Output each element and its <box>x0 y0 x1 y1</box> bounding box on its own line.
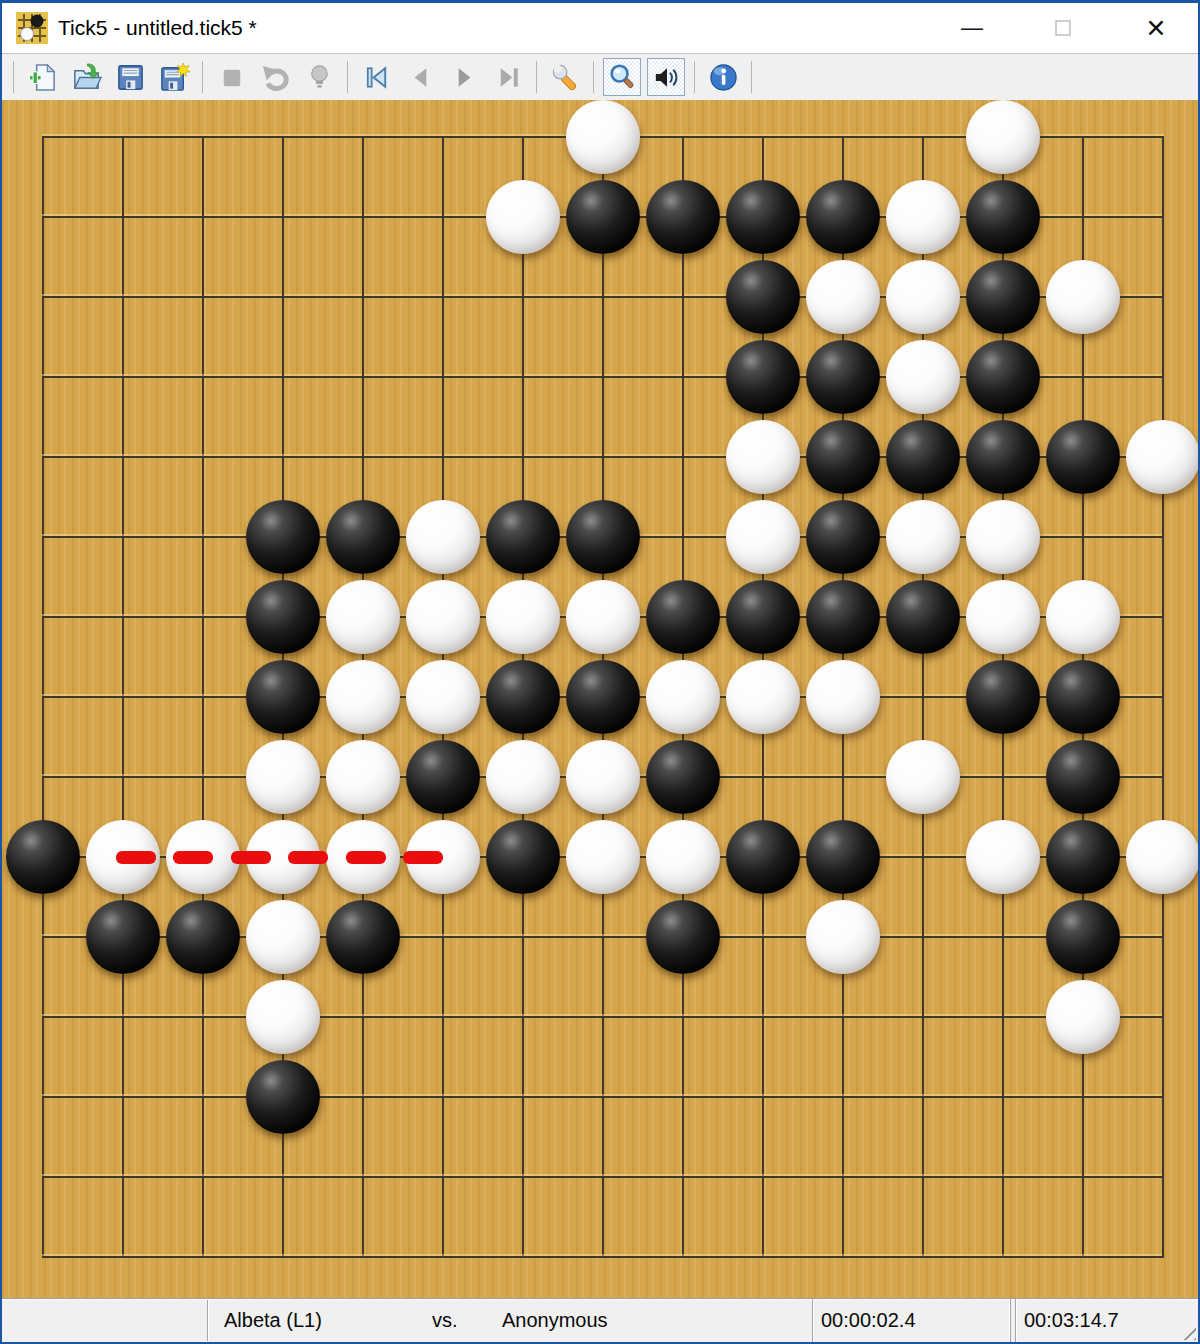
status-separator <box>207 1300 209 1341</box>
magnifier-icon <box>607 62 638 93</box>
game-board[interactable] <box>2 100 1198 1298</box>
stone-white <box>726 500 800 574</box>
stone-black <box>726 180 800 254</box>
versus-label: vs. <box>432 1299 458 1343</box>
win-line-dash <box>231 851 271 864</box>
toolbar-undo[interactable] <box>256 58 294 96</box>
stone-white <box>1126 420 1198 494</box>
stone-white <box>1046 260 1120 334</box>
stone-black <box>486 820 560 894</box>
stone-black <box>246 1060 320 1134</box>
stone-black <box>246 500 320 574</box>
stone-black <box>726 580 800 654</box>
stone-black <box>966 260 1040 334</box>
toolbar-go-first[interactable] <box>357 58 395 96</box>
stone-white <box>726 660 800 734</box>
stone-black <box>726 340 800 414</box>
stone-black <box>6 820 80 894</box>
stone-black <box>1046 420 1120 494</box>
page-plus-icon <box>27 62 58 93</box>
stone-white <box>566 820 640 894</box>
stone-white <box>246 900 320 974</box>
stop-square-icon <box>216 62 247 93</box>
stone-black <box>486 660 560 734</box>
back-arrow-icon <box>405 62 436 93</box>
stone-black <box>806 500 880 574</box>
toolbar-about[interactable] <box>704 58 742 96</box>
grid-line <box>42 1096 1164 1098</box>
toolbar-hint[interactable] <box>300 58 338 96</box>
clock-right: 00:03:14.7 <box>1015 1299 1200 1343</box>
floppy-star-icon <box>159 62 190 93</box>
maximize-icon <box>1055 20 1071 36</box>
stone-black <box>886 420 960 494</box>
toolbar-open-file[interactable] <box>67 58 105 96</box>
stone-white <box>326 740 400 814</box>
floppy-icon <box>115 62 146 93</box>
last-arrow-icon <box>493 62 524 93</box>
grid-line <box>42 1176 1164 1178</box>
stone-white <box>566 580 640 654</box>
stone-black <box>646 740 720 814</box>
win-line <box>116 850 443 864</box>
toolbar-zoom[interactable] <box>603 58 641 96</box>
stone-black <box>966 180 1040 254</box>
stone-white <box>566 740 640 814</box>
app-window: Tick5 - untitled.tick5 * — ✕ <box>0 0 1200 1344</box>
first-arrow-icon <box>361 62 392 93</box>
stone-white <box>406 660 480 734</box>
stone-black <box>806 820 880 894</box>
stone-black <box>966 340 1040 414</box>
player-left-name: Albeta (L1) <box>224 1299 322 1343</box>
toolbar-save[interactable] <box>111 58 149 96</box>
speaker-icon <box>651 62 682 93</box>
stone-black <box>566 180 640 254</box>
stone-white <box>1126 820 1198 894</box>
close-button[interactable]: ✕ <box>1124 3 1188 53</box>
stone-black <box>1046 660 1120 734</box>
stone-white <box>726 420 800 494</box>
stone-black <box>646 180 720 254</box>
stone-white <box>486 740 560 814</box>
lightbulb-icon <box>304 62 335 93</box>
stone-white <box>1046 580 1120 654</box>
stone-black <box>806 420 880 494</box>
win-line-dash <box>288 851 328 864</box>
stone-black <box>806 580 880 654</box>
stone-white <box>966 500 1040 574</box>
stone-black <box>86 900 160 974</box>
stone-white <box>886 500 960 574</box>
stone-black <box>326 900 400 974</box>
stone-black <box>726 820 800 894</box>
stone-black <box>566 660 640 734</box>
stone-white <box>406 500 480 574</box>
stone-white <box>886 260 960 334</box>
win-line-dash <box>173 851 213 864</box>
stone-black <box>966 660 1040 734</box>
stone-black <box>1046 900 1120 974</box>
win-line-dash <box>403 851 443 864</box>
stone-white <box>886 340 960 414</box>
stone-black <box>1046 740 1120 814</box>
stone-white <box>566 100 640 174</box>
stone-black <box>166 900 240 974</box>
stone-black <box>886 580 960 654</box>
toolbar-go-forward[interactable] <box>445 58 483 96</box>
app-icon <box>16 12 48 44</box>
stone-white <box>966 100 1040 174</box>
info-icon <box>708 62 739 93</box>
grid-line <box>1162 136 1164 1258</box>
stone-white <box>646 660 720 734</box>
toolbar-save-as[interactable] <box>155 58 193 96</box>
toolbar-separator <box>694 61 695 93</box>
clock-left: 00:00:02.4 <box>812 1299 1011 1343</box>
grid-line <box>42 1016 1164 1018</box>
stone-white <box>966 580 1040 654</box>
stone-white <box>486 580 560 654</box>
stone-white <box>806 900 880 974</box>
grid-line <box>42 1256 1164 1258</box>
title-bar: Tick5 - untitled.tick5 * — ✕ <box>2 3 1198 53</box>
wrench-icon <box>550 62 581 93</box>
stone-black <box>1046 820 1120 894</box>
folder-open-icon <box>71 62 102 93</box>
maximize-button[interactable] <box>1032 3 1094 53</box>
win-line-dash <box>346 851 386 864</box>
stone-black <box>486 500 560 574</box>
stone-black <box>566 500 640 574</box>
toolbar-separator <box>536 61 537 93</box>
stone-black <box>726 260 800 334</box>
stone-black <box>406 740 480 814</box>
stone-black <box>326 500 400 574</box>
toolbar-sound[interactable] <box>647 58 685 96</box>
status-bar: Albeta (L1) vs. Anonymous 00:00:02.4 00:… <box>2 1298 1198 1342</box>
stone-white <box>886 740 960 814</box>
toolbar-go-back[interactable] <box>401 58 439 96</box>
minimize-button[interactable]: — <box>940 3 1004 53</box>
toolbar-stop[interactable] <box>212 58 250 96</box>
stone-white <box>326 660 400 734</box>
stone-white <box>246 740 320 814</box>
undo-arrow-icon <box>260 62 291 93</box>
stone-white <box>806 260 880 334</box>
toolbar-separator <box>13 61 14 93</box>
toolbar-settings[interactable] <box>546 58 584 96</box>
stone-black <box>246 660 320 734</box>
toolbar-new-file[interactable] <box>23 58 61 96</box>
toolbar-separator <box>751 61 752 93</box>
stone-white <box>326 580 400 654</box>
toolbar-separator <box>593 61 594 93</box>
toolbar-separator <box>202 61 203 93</box>
stone-black <box>646 900 720 974</box>
forward-arrow-icon <box>449 62 480 93</box>
player-right-name: Anonymous <box>502 1299 608 1343</box>
stone-white <box>806 660 880 734</box>
toolbar <box>2 53 1198 100</box>
stone-black <box>646 580 720 654</box>
stone-white <box>1046 980 1120 1054</box>
stone-black <box>966 420 1040 494</box>
win-line-dash <box>116 851 156 864</box>
stone-white <box>966 820 1040 894</box>
stone-black <box>246 580 320 654</box>
toolbar-go-last[interactable] <box>489 58 527 96</box>
window-title: Tick5 - untitled.tick5 * <box>58 16 257 40</box>
stone-black <box>806 180 880 254</box>
stone-white <box>646 820 720 894</box>
stone-white <box>486 180 560 254</box>
stone-white <box>246 980 320 1054</box>
stone-white <box>406 580 480 654</box>
stone-white <box>886 180 960 254</box>
stone-black <box>806 340 880 414</box>
toolbar-separator <box>347 61 348 93</box>
